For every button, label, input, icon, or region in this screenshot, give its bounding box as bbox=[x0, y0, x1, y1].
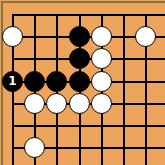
black-stone bbox=[69, 71, 90, 92]
black-stone bbox=[24, 71, 45, 92]
white-stone bbox=[91, 93, 112, 114]
white-stone bbox=[46, 93, 67, 114]
move-number-label: 1 bbox=[8, 75, 16, 87]
diagram-frame: 1 bbox=[0, 0, 165, 165]
white-stone bbox=[91, 26, 112, 47]
white-stone bbox=[91, 48, 112, 69]
black-stone bbox=[69, 26, 90, 47]
black-stone bbox=[69, 48, 90, 69]
white-stone bbox=[2, 26, 23, 47]
black-stone bbox=[46, 71, 67, 92]
grid-line-vertical bbox=[123, 14, 125, 165]
go-board: 1 bbox=[3, 3, 165, 165]
white-stone bbox=[69, 93, 90, 114]
white-stone bbox=[24, 137, 45, 158]
board-frame-bevel: 1 bbox=[1, 1, 165, 165]
black-stone-move-1: 1 bbox=[2, 71, 23, 92]
white-stone bbox=[24, 93, 45, 114]
white-stone bbox=[135, 26, 156, 47]
white-stone bbox=[91, 71, 112, 92]
